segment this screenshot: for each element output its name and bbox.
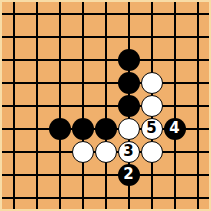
intersection[interactable]	[94, 163, 117, 186]
intersection[interactable]	[186, 2, 209, 25]
intersection[interactable]	[48, 2, 71, 25]
intersection[interactable]	[25, 25, 48, 48]
intersection[interactable]	[71, 163, 94, 186]
intersection[interactable]	[163, 163, 186, 186]
intersection[interactable]	[94, 71, 117, 94]
white-stone	[95, 141, 117, 163]
intersection[interactable]	[186, 140, 209, 163]
move-number-label: 2	[123, 167, 133, 182]
intersection[interactable]	[71, 2, 94, 25]
intersection[interactable]	[71, 71, 94, 94]
intersection[interactable]	[163, 25, 186, 48]
intersection[interactable]	[25, 163, 48, 186]
intersection[interactable]	[140, 163, 163, 186]
intersection[interactable]	[94, 94, 117, 117]
intersection[interactable]	[163, 94, 186, 117]
black-stone	[72, 118, 94, 140]
intersection[interactable]	[71, 94, 94, 117]
white-stone-move-3: 3	[118, 141, 140, 163]
black-stone	[118, 49, 140, 71]
intersection	[71, 140, 94, 163]
intersection[interactable]	[163, 2, 186, 25]
black-stone-move-4: 4	[164, 118, 186, 140]
intersection[interactable]	[186, 163, 209, 186]
intersection[interactable]	[94, 25, 117, 48]
intersection: 2	[117, 163, 140, 186]
intersection[interactable]	[2, 117, 25, 140]
intersection	[117, 117, 140, 140]
intersection	[117, 71, 140, 94]
intersection[interactable]	[2, 2, 25, 25]
intersection[interactable]	[163, 186, 186, 209]
move-number-label: 5	[146, 121, 156, 136]
intersection[interactable]	[25, 140, 48, 163]
white-stone	[141, 72, 163, 94]
intersection[interactable]	[186, 71, 209, 94]
intersection[interactable]	[25, 117, 48, 140]
intersection: 4	[163, 117, 186, 140]
intersection[interactable]	[163, 71, 186, 94]
intersection[interactable]	[2, 25, 25, 48]
intersection[interactable]	[2, 186, 25, 209]
intersection[interactable]	[71, 25, 94, 48]
intersection[interactable]	[2, 71, 25, 94]
move-number-label: 3	[123, 144, 133, 159]
intersection[interactable]	[2, 48, 25, 71]
go-diagram: 5432	[0, 0, 211, 211]
intersection[interactable]	[186, 25, 209, 48]
black-stone	[118, 72, 140, 94]
white-stone	[141, 141, 163, 163]
intersection[interactable]	[48, 94, 71, 117]
intersection[interactable]	[2, 163, 25, 186]
black-stone-move-2: 2	[118, 164, 140, 186]
intersection[interactable]	[186, 48, 209, 71]
intersection[interactable]	[117, 25, 140, 48]
intersection[interactable]	[25, 2, 48, 25]
intersection	[117, 48, 140, 71]
white-stone-move-5: 5	[141, 118, 163, 140]
intersection[interactable]	[71, 186, 94, 209]
intersection[interactable]	[140, 48, 163, 71]
intersection	[71, 117, 94, 140]
white-stone	[118, 118, 140, 140]
intersection	[117, 94, 140, 117]
intersection[interactable]	[186, 94, 209, 117]
intersection[interactable]	[94, 48, 117, 71]
intersection[interactable]	[140, 25, 163, 48]
intersection[interactable]	[25, 48, 48, 71]
intersection[interactable]	[48, 25, 71, 48]
intersection: 5	[140, 117, 163, 140]
intersection[interactable]	[117, 2, 140, 25]
intersection[interactable]	[71, 48, 94, 71]
intersection[interactable]	[25, 71, 48, 94]
white-stone	[72, 141, 94, 163]
intersection[interactable]	[2, 140, 25, 163]
intersection[interactable]	[48, 186, 71, 209]
intersection[interactable]	[48, 140, 71, 163]
intersection[interactable]	[48, 163, 71, 186]
intersection	[94, 140, 117, 163]
white-stone	[141, 95, 163, 117]
go-board: 5432	[2, 2, 209, 209]
move-number-label: 4	[169, 121, 179, 136]
intersection	[140, 94, 163, 117]
intersection[interactable]	[186, 186, 209, 209]
intersection[interactable]	[140, 186, 163, 209]
intersection[interactable]	[25, 186, 48, 209]
intersection[interactable]	[94, 2, 117, 25]
intersection[interactable]	[94, 186, 117, 209]
intersection	[48, 117, 71, 140]
intersection	[140, 140, 163, 163]
black-stone	[95, 118, 117, 140]
intersection[interactable]	[117, 186, 140, 209]
intersection[interactable]	[48, 48, 71, 71]
intersection[interactable]	[25, 94, 48, 117]
intersection[interactable]	[186, 117, 209, 140]
intersection[interactable]	[2, 94, 25, 117]
intersection	[140, 71, 163, 94]
intersection[interactable]	[163, 48, 186, 71]
intersection[interactable]	[163, 140, 186, 163]
intersection[interactable]	[140, 2, 163, 25]
intersection	[94, 117, 117, 140]
black-stone	[118, 95, 140, 117]
intersection[interactable]	[48, 71, 71, 94]
intersection: 3	[117, 140, 140, 163]
black-stone	[49, 118, 71, 140]
